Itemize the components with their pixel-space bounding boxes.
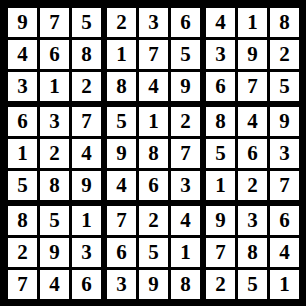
cell-r1c7[interactable]: 4 [206,8,235,37]
cell-r7c5[interactable]: 2 [139,206,168,235]
cell-r2c4[interactable]: 1 [107,40,136,69]
cell-r3c4[interactable]: 8 [107,72,136,101]
cell-r4c2[interactable]: 3 [40,107,69,136]
cell-r8c7[interactable]: 7 [206,238,235,267]
cell-r4c7[interactable]: 8 [206,107,235,136]
cell-r1c2[interactable]: 7 [40,8,69,37]
cell-r6c2[interactable]: 8 [40,171,69,200]
cell-r8c3[interactable]: 3 [72,238,101,267]
cell-r8c9[interactable]: 4 [270,238,299,267]
cell-r8c2[interactable]: 9 [40,238,69,267]
cell-r7c4[interactable]: 7 [107,206,136,235]
cell-r6c8[interactable]: 2 [238,171,267,200]
cell-r9c9[interactable]: 1 [270,270,299,299]
cell-r8c4[interactable]: 6 [107,238,136,267]
cell-r5c3[interactable]: 4 [72,139,101,168]
sudoku-box-4: 637124589 [8,107,101,200]
cell-r1c6[interactable]: 6 [171,8,200,37]
sudoku-frame: 9754683122361758494183926756371245895129… [0,0,306,306]
cell-r7c1[interactable]: 8 [8,206,37,235]
cell-r6c5[interactable]: 6 [139,171,168,200]
cell-r9c3[interactable]: 6 [72,270,101,299]
cell-r3c9[interactable]: 5 [270,72,299,101]
cell-r3c5[interactable]: 4 [139,72,168,101]
sudoku-box-7: 851293746 [8,206,101,299]
cell-r5c2[interactable]: 2 [40,139,69,168]
cell-r6c6[interactable]: 3 [171,171,200,200]
cell-r6c1[interactable]: 5 [8,171,37,200]
cell-r4c5[interactable]: 1 [139,107,168,136]
cell-r5c4[interactable]: 9 [107,139,136,168]
sudoku-box-1: 975468312 [8,8,101,101]
cell-r3c1[interactable]: 3 [8,72,37,101]
cell-r6c3[interactable]: 9 [72,171,101,200]
cell-r1c5[interactable]: 3 [139,8,168,37]
cell-r2c3[interactable]: 8 [72,40,101,69]
sudoku-board: 9754683122361758494183926756371245895129… [8,8,299,299]
cell-r6c7[interactable]: 1 [206,171,235,200]
cell-r5c5[interactable]: 8 [139,139,168,168]
sudoku-box-9: 936784251 [206,206,299,299]
cell-r7c8[interactable]: 3 [238,206,267,235]
cell-r6c4[interactable]: 4 [107,171,136,200]
sudoku-box-3: 418392675 [206,8,299,101]
cell-r3c7[interactable]: 6 [206,72,235,101]
cell-r7c7[interactable]: 9 [206,206,235,235]
cell-r7c6[interactable]: 4 [171,206,200,235]
cell-r1c9[interactable]: 8 [270,8,299,37]
cell-r5c8[interactable]: 6 [238,139,267,168]
cell-r8c5[interactable]: 5 [139,238,168,267]
cell-r4c9[interactable]: 9 [270,107,299,136]
cell-r9c1[interactable]: 7 [8,270,37,299]
cell-r8c1[interactable]: 2 [8,238,37,267]
cell-r8c8[interactable]: 8 [238,238,267,267]
cell-r3c6[interactable]: 9 [171,72,200,101]
cell-r3c2[interactable]: 1 [40,72,69,101]
cell-r2c6[interactable]: 5 [171,40,200,69]
cell-r4c3[interactable]: 7 [72,107,101,136]
cell-r4c1[interactable]: 6 [8,107,37,136]
sudoku-box-8: 724651398 [107,206,200,299]
cell-r5c1[interactable]: 1 [8,139,37,168]
cell-r9c2[interactable]: 4 [40,270,69,299]
sudoku-box-6: 849563127 [206,107,299,200]
cell-r2c8[interactable]: 9 [238,40,267,69]
cell-r9c5[interactable]: 9 [139,270,168,299]
cell-r9c4[interactable]: 3 [107,270,136,299]
cell-r2c2[interactable]: 6 [40,40,69,69]
sudoku-box-2: 236175849 [107,8,200,101]
cell-r9c6[interactable]: 8 [171,270,200,299]
cell-r1c3[interactable]: 5 [72,8,101,37]
cell-r7c9[interactable]: 6 [270,206,299,235]
cell-r9c8[interactable]: 5 [238,270,267,299]
cell-r1c8[interactable]: 1 [238,8,267,37]
cell-r2c7[interactable]: 3 [206,40,235,69]
cell-r4c8[interactable]: 4 [238,107,267,136]
cell-r1c1[interactable]: 9 [8,8,37,37]
cell-r3c3[interactable]: 2 [72,72,101,101]
cell-r1c4[interactable]: 2 [107,8,136,37]
cell-r5c6[interactable]: 7 [171,139,200,168]
cell-r2c5[interactable]: 7 [139,40,168,69]
cell-r7c3[interactable]: 1 [72,206,101,235]
cell-r3c8[interactable]: 7 [238,72,267,101]
sudoku-box-5: 512987463 [107,107,200,200]
cell-r8c6[interactable]: 1 [171,238,200,267]
cell-r7c2[interactable]: 5 [40,206,69,235]
cell-r9c7[interactable]: 2 [206,270,235,299]
cell-r5c9[interactable]: 3 [270,139,299,168]
cell-r2c1[interactable]: 4 [8,40,37,69]
cell-r4c6[interactable]: 2 [171,107,200,136]
cell-r6c9[interactable]: 7 [270,171,299,200]
cell-r5c7[interactable]: 5 [206,139,235,168]
cell-r4c4[interactable]: 5 [107,107,136,136]
cell-r2c9[interactable]: 2 [270,40,299,69]
